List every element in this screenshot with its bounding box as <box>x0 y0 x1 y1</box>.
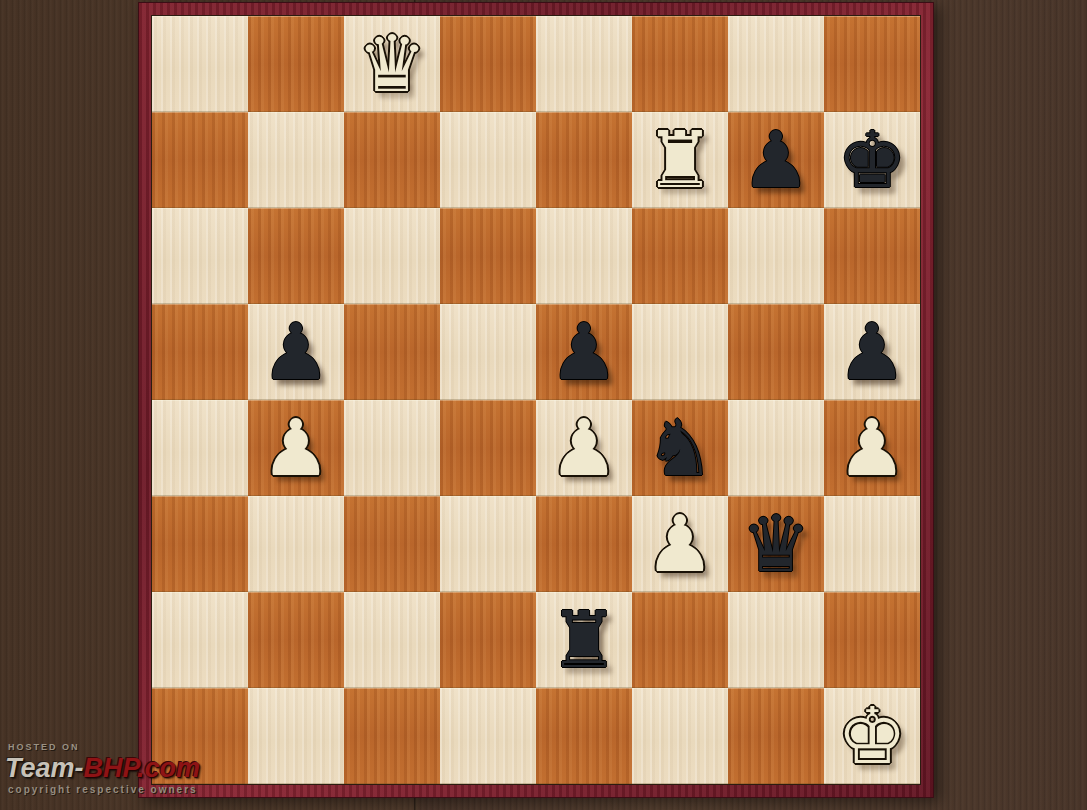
white-king: ♚ <box>824 688 920 784</box>
square-f8 <box>632 16 728 112</box>
square-b7 <box>248 112 344 208</box>
white-pawn: ♟ <box>632 496 728 592</box>
black-pawn: ♟ <box>248 304 344 400</box>
square-d6 <box>440 208 536 304</box>
square-a6 <box>152 208 248 304</box>
square-e5: ♟ <box>536 304 632 400</box>
watermark-copyright: copyright respective owners <box>8 784 335 795</box>
square-e7 <box>536 112 632 208</box>
square-g7: ♟ <box>728 112 824 208</box>
square-b4: ♟ <box>248 400 344 496</box>
black-knight: ♞ <box>632 400 728 496</box>
logo-com-text: .com <box>137 753 200 783</box>
square-c4 <box>344 400 440 496</box>
black-rook: ♜ <box>536 592 632 688</box>
square-b5: ♟ <box>248 304 344 400</box>
white-pawn: ♟ <box>824 400 920 496</box>
square-f3: ♟ <box>632 496 728 592</box>
square-g8 <box>728 16 824 112</box>
square-f5 <box>632 304 728 400</box>
square-a4 <box>152 400 248 496</box>
square-a7 <box>152 112 248 208</box>
square-g4 <box>728 400 824 496</box>
watermark: HOSTED ON Team-BHP.com copyright respect… <box>5 742 335 795</box>
white-pawn: ♟ <box>536 400 632 496</box>
square-h3 <box>824 496 920 592</box>
square-c8: ♛ <box>344 16 440 112</box>
white-pawn: ♟ <box>248 400 344 496</box>
square-e3 <box>536 496 632 592</box>
team-bhp-logo: Team-BHP.com <box>5 753 335 784</box>
black-pawn: ♟ <box>536 304 632 400</box>
square-h5: ♟ <box>824 304 920 400</box>
square-d3 <box>440 496 536 592</box>
square-h8 <box>824 16 920 112</box>
square-e4: ♟ <box>536 400 632 496</box>
black-king: ♚ <box>824 112 920 208</box>
watermark-hosted-on: HOSTED ON <box>8 742 335 752</box>
square-b6 <box>248 208 344 304</box>
square-e1 <box>536 688 632 784</box>
square-c7 <box>344 112 440 208</box>
square-a3 <box>152 496 248 592</box>
square-d7 <box>440 112 536 208</box>
square-c1 <box>344 688 440 784</box>
square-d2 <box>440 592 536 688</box>
square-d4 <box>440 400 536 496</box>
square-g1 <box>728 688 824 784</box>
chess-board-frame: ♛♜♟♚♟♟♟♟♟♞♟♟♛♜♚ <box>138 2 934 798</box>
square-h4: ♟ <box>824 400 920 496</box>
square-g2 <box>728 592 824 688</box>
white-queen: ♛ <box>344 16 440 112</box>
square-a5 <box>152 304 248 400</box>
square-f6 <box>632 208 728 304</box>
black-pawn: ♟ <box>824 304 920 400</box>
square-h7: ♚ <box>824 112 920 208</box>
square-c2 <box>344 592 440 688</box>
square-d1 <box>440 688 536 784</box>
square-e8 <box>536 16 632 112</box>
square-a8 <box>152 16 248 112</box>
square-f2 <box>632 592 728 688</box>
square-f7: ♜ <box>632 112 728 208</box>
square-d5 <box>440 304 536 400</box>
square-b2 <box>248 592 344 688</box>
square-g5 <box>728 304 824 400</box>
square-f1 <box>632 688 728 784</box>
square-b3 <box>248 496 344 592</box>
square-g6 <box>728 208 824 304</box>
square-c5 <box>344 304 440 400</box>
white-rook: ♜ <box>632 112 728 208</box>
chess-board: ♛♜♟♚♟♟♟♟♟♞♟♟♛♜♚ <box>151 15 921 785</box>
square-e2: ♜ <box>536 592 632 688</box>
square-d8 <box>440 16 536 112</box>
square-a2 <box>152 592 248 688</box>
square-h6 <box>824 208 920 304</box>
square-c6 <box>344 208 440 304</box>
square-e6 <box>536 208 632 304</box>
logo-bhp-text: BHP <box>84 753 138 783</box>
square-h1: ♚ <box>824 688 920 784</box>
logo-team-text: Team- <box>5 753 84 783</box>
black-queen: ♛ <box>728 496 824 592</box>
square-c3 <box>344 496 440 592</box>
black-pawn: ♟ <box>728 112 824 208</box>
square-g3: ♛ <box>728 496 824 592</box>
square-h2 <box>824 592 920 688</box>
square-b8 <box>248 16 344 112</box>
square-f4: ♞ <box>632 400 728 496</box>
